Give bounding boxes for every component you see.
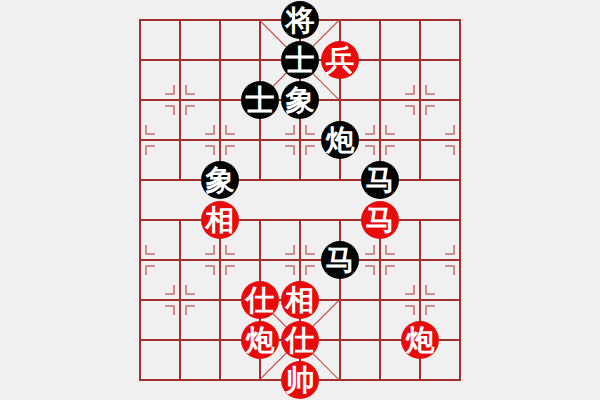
point-marker (425, 285, 435, 295)
point-marker (305, 125, 315, 135)
point-marker (165, 85, 175, 95)
point-marker (285, 125, 295, 135)
grid-line-vertical (379, 219, 381, 381)
piece-red-pawn[interactable]: 兵 (321, 41, 359, 79)
point-marker (285, 145, 295, 155)
piece-black-elephant[interactable]: 象 (201, 161, 239, 199)
point-marker (285, 265, 295, 275)
point-marker (385, 125, 395, 135)
piece-red-cannon[interactable]: 炮 (241, 321, 279, 359)
point-marker (205, 145, 215, 155)
point-marker (305, 145, 315, 155)
piece-black-horse[interactable]: 马 (321, 241, 359, 279)
point-marker (165, 305, 175, 315)
point-marker (185, 285, 195, 295)
point-marker (185, 305, 195, 315)
piece-black-general[interactable]: 将 (281, 1, 319, 39)
point-marker (225, 245, 235, 255)
xiangqi-board: 将士兵士象炮象马相马马仕相炮仕炮帅 (0, 0, 600, 400)
point-marker (405, 85, 415, 95)
point-marker (385, 265, 395, 275)
point-marker (385, 145, 395, 155)
point-marker (165, 285, 175, 295)
piece-red-elephant[interactable]: 相 (201, 201, 239, 239)
point-marker (445, 245, 455, 255)
grid-line-vertical (419, 19, 421, 181)
point-marker (225, 125, 235, 135)
point-marker (225, 265, 235, 275)
piece-black-advisor[interactable]: 士 (241, 81, 279, 119)
point-marker (365, 245, 375, 255)
point-marker (445, 145, 455, 155)
piece-red-horse[interactable]: 马 (361, 201, 399, 239)
piece-red-advisor[interactable]: 仕 (281, 321, 319, 359)
piece-black-elephant[interactable]: 象 (281, 81, 319, 119)
piece-black-horse[interactable]: 马 (361, 161, 399, 199)
point-marker (225, 145, 235, 155)
point-marker (445, 125, 455, 135)
point-marker (445, 265, 455, 275)
point-marker (205, 125, 215, 135)
point-marker (165, 105, 175, 115)
grid-line-vertical (459, 19, 461, 381)
point-marker (285, 245, 295, 255)
piece-red-elephant[interactable]: 相 (281, 281, 319, 319)
grid-line-vertical (219, 19, 221, 181)
point-marker (185, 105, 195, 115)
piece-red-general[interactable]: 帅 (281, 361, 319, 399)
piece-red-advisor[interactable]: 仕 (241, 281, 279, 319)
point-marker (405, 305, 415, 315)
piece-red-cannon[interactable]: 炮 (401, 321, 439, 359)
point-marker (365, 145, 375, 155)
point-marker (405, 285, 415, 295)
point-marker (205, 245, 215, 255)
point-marker (365, 265, 375, 275)
point-marker (425, 305, 435, 315)
point-marker (145, 245, 155, 255)
grid-line-vertical (179, 219, 181, 381)
point-marker (145, 125, 155, 135)
point-marker (205, 265, 215, 275)
piece-black-advisor[interactable]: 士 (281, 41, 319, 79)
grid-line-vertical (219, 219, 221, 381)
point-marker (405, 105, 415, 115)
point-marker (305, 245, 315, 255)
grid-line-vertical (379, 19, 381, 181)
point-marker (185, 85, 195, 95)
piece-black-cannon[interactable]: 炮 (321, 121, 359, 159)
point-marker (145, 265, 155, 275)
point-marker (365, 125, 375, 135)
grid-line-vertical (139, 19, 141, 381)
point-marker (305, 265, 315, 275)
point-marker (425, 105, 435, 115)
point-marker (145, 145, 155, 155)
point-marker (425, 85, 435, 95)
point-marker (385, 245, 395, 255)
grid-line-vertical (179, 19, 181, 181)
